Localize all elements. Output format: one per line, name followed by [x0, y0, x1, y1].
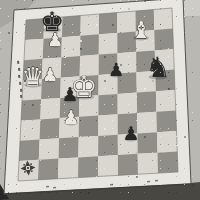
piece-white-pawn-c3[interactable]: ♟ [62, 108, 79, 127]
pieces-layer: ♚♝♟♟♞♟♛♚♟♟♟ [0, 0, 200, 200]
piece-black-pawn-f5[interactable]: ♟ [108, 61, 124, 79]
piece-white-pawn-b7[interactable]: ♟ [47, 31, 63, 49]
piece-white-queen-a5[interactable]: ♛ [21, 64, 44, 90]
piece-black-pawn-f2[interactable]: ♟ [122, 124, 139, 143]
piece-white-bishop-g7[interactable]: ♝ [131, 19, 152, 42]
piece-black-pawn-c4[interactable]: ♟ [61, 85, 78, 104]
piece-black-knight-h5[interactable]: ♞ [145, 54, 170, 82]
chessboard-photo: ♚♝♟♟♞♟♛♚♟♟♟ [0, 0, 200, 200]
